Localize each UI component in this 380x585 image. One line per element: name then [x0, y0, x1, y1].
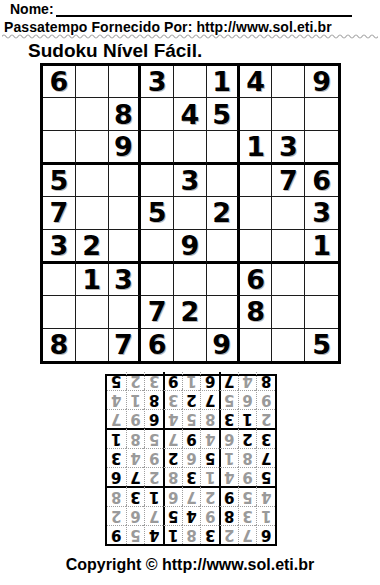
- solution-cell-r1c8: 5: [126, 525, 145, 544]
- puzzle-cell-r2c7[interactable]: [240, 98, 273, 130]
- puzzle-cell-r1c3[interactable]: [109, 66, 142, 98]
- puzzle-cell-r4c2[interactable]: [76, 165, 109, 197]
- solution-cell-r1c9: 9: [107, 525, 126, 544]
- puzzle-cell-r9c9: 5: [305, 329, 338, 361]
- solution-cell-r9c7: 3: [144, 372, 163, 390]
- puzzle-cell-r1c4: 3: [141, 66, 174, 98]
- solution-cell-r8c3: 5: [219, 390, 238, 409]
- solution-cell-r4c1: 5: [256, 467, 275, 486]
- solution-cell-r3c3: 9: [219, 486, 238, 506]
- solution-cell-r7c2: 1: [238, 409, 257, 428]
- puzzle-cell-r2c2[interactable]: [76, 98, 109, 130]
- solution-cell-r6c8: 8: [126, 428, 145, 448]
- puzzle-cell-r7c6[interactable]: [207, 264, 240, 296]
- puzzle-cell-r8c5: 2: [174, 296, 207, 328]
- puzzle-cell-r6c2: 2: [76, 230, 109, 264]
- solution-cell-r5c9: 3: [107, 448, 126, 467]
- puzzle-cell-r7c4[interactable]: [141, 264, 174, 296]
- solution-cell-r3c5: 7: [182, 486, 201, 506]
- puzzle-cell-r4c5: 3: [174, 165, 207, 197]
- solution-cell-r4c2: 9: [238, 467, 257, 486]
- puzzle-cell-r4c6[interactable]: [207, 165, 240, 197]
- solution-cell-r3c7: 1: [144, 486, 163, 506]
- puzzle-cell-r2c9[interactable]: [305, 98, 338, 130]
- puzzle-cell-r6c3[interactable]: [109, 230, 142, 264]
- solution-cell-r4c5: 3: [182, 467, 201, 486]
- puzzle-cell-r3c6[interactable]: [207, 131, 240, 165]
- puzzle-cell-r3c9[interactable]: [305, 131, 338, 165]
- puzzle-cell-r1c8[interactable]: [272, 66, 305, 98]
- solution-cell-r2c5: 4: [182, 506, 201, 525]
- puzzle-cell-r8c4: 7: [141, 296, 174, 328]
- puzzle-cell-r3c5[interactable]: [174, 131, 207, 165]
- puzzle-cell-r7c8[interactable]: [272, 264, 305, 296]
- puzzle-cell-r5c2[interactable]: [76, 197, 109, 229]
- solution-cell-r6c9: 1: [107, 428, 126, 448]
- sudoku-puzzle-grid: 6314984591353767523329113672887695: [40, 63, 341, 364]
- solution-cell-r4c6: 8: [163, 467, 182, 486]
- puzzle-cell-r1c9: 9: [305, 66, 338, 98]
- solution-cell-r5c6: 2: [163, 448, 182, 467]
- puzzle-cell-r7c3: 3: [109, 264, 142, 296]
- puzzle-cell-r7c2: 1: [76, 264, 109, 296]
- solution-cell-r5c2: 8: [238, 448, 257, 467]
- puzzle-cell-r8c7: 8: [240, 296, 273, 328]
- puzzle-cell-r3c8: 3: [272, 131, 305, 165]
- puzzle-cell-r4c8: 7: [272, 165, 305, 197]
- puzzle-cell-r2c1[interactable]: [43, 98, 76, 130]
- puzzle-cell-r8c1[interactable]: [43, 296, 76, 328]
- puzzle-cell-r1c2[interactable]: [76, 66, 109, 98]
- solution-cell-r8c2: 6: [238, 390, 257, 409]
- puzzle-cell-r9c6: 9: [207, 329, 240, 361]
- puzzle-cell-r4c7[interactable]: [240, 165, 273, 197]
- puzzle-cell-r4c3[interactable]: [109, 165, 142, 197]
- solution-cell-r4c3: 4: [219, 467, 238, 486]
- puzzle-cell-r6c4[interactable]: [141, 230, 174, 264]
- solution-cell-r1c6: 1: [163, 525, 182, 544]
- solution-cell-r8c8: 1: [126, 390, 145, 409]
- solution-cell-r5c3: 1: [219, 448, 238, 467]
- puzzle-cell-r5c8[interactable]: [272, 197, 305, 229]
- puzzle-cell-r3c1[interactable]: [43, 131, 76, 165]
- solution-cell-r6c1: 3: [256, 428, 275, 448]
- name-row: Nome:: [10, 2, 352, 17]
- solution-cell-r6c2: 2: [238, 428, 257, 448]
- puzzle-cell-r7c9[interactable]: [305, 264, 338, 296]
- puzzle-cell-r5c6: 2: [207, 197, 240, 229]
- solution-cell-r9c1: 8: [256, 372, 275, 390]
- puzzle-cell-r2c4[interactable]: [141, 98, 174, 130]
- solution-cell-r3c2: 5: [238, 486, 257, 506]
- solution-cell-r7c1: 2: [256, 409, 275, 428]
- solution-cell-r7c8: 9: [126, 409, 145, 428]
- puzzle-cell-r5c9: 3: [305, 197, 338, 229]
- puzzle-cell-r3c4[interactable]: [141, 131, 174, 165]
- wavy-underline: [2, 33, 378, 40]
- solution-cell-r4c8: 7: [126, 467, 145, 486]
- puzzle-cell-r5c7[interactable]: [240, 197, 273, 229]
- puzzle-cell-r7c7: 6: [240, 264, 273, 296]
- puzzle-cell-r9c4: 6: [141, 329, 174, 361]
- solution-cell-r6c5: 9: [182, 428, 201, 448]
- solution-cell-r7c4: 8: [200, 409, 219, 428]
- solution-cell-r1c5: 8: [182, 525, 201, 544]
- solution-cell-r9c8: 2: [126, 372, 145, 390]
- puzzle-cell-r4c4[interactable]: [141, 165, 174, 197]
- puzzle-cell-r5c5[interactable]: [174, 197, 207, 229]
- puzzle-cell-r2c8[interactable]: [272, 98, 305, 130]
- puzzle-cell-r1c7: 4: [240, 66, 273, 98]
- puzzle-cell-r7c5[interactable]: [174, 264, 207, 296]
- puzzle-cell-r9c1: 8: [43, 329, 76, 361]
- puzzle-cell-r6c7[interactable]: [240, 230, 273, 264]
- puzzle-cell-r9c5[interactable]: [174, 329, 207, 361]
- puzzle-cell-r3c3: 9: [109, 131, 142, 165]
- solution-cell-r7c3: 3: [219, 409, 238, 428]
- solution-cell-r9c9: 5: [107, 372, 126, 390]
- solution-cell-r2c8: 6: [126, 506, 145, 525]
- solution-cell-r3c1: 4: [256, 486, 275, 506]
- name-label: Nome:: [10, 2, 54, 17]
- solution-cell-r2c4: 9: [200, 506, 219, 525]
- puzzle-cell-r9c2[interactable]: [76, 329, 109, 361]
- solution-cell-r7c5: 5: [182, 409, 201, 428]
- puzzle-cell-r4c9: 6: [305, 165, 338, 197]
- solution-cell-r9c2: 4: [238, 372, 257, 390]
- puzzle-cell-r8c6[interactable]: [207, 296, 240, 328]
- solution-cell-r6c6: 7: [163, 428, 182, 448]
- puzzle-cell-r7c1[interactable]: [43, 264, 76, 296]
- puzzle-cell-r5c1: 7: [43, 197, 76, 229]
- puzzle-cell-r4c1: 5: [43, 165, 76, 197]
- solution-cell-r1c1: 6: [256, 525, 275, 544]
- solution-cell-r3c6: 6: [163, 486, 182, 506]
- page-title: Sudoku Nível Fácil.: [28, 40, 202, 62]
- solution-cell-r3c8: 3: [126, 486, 145, 506]
- puzzle-cell-r6c6[interactable]: [207, 230, 240, 264]
- solution-cell-r2c2: 3: [238, 506, 257, 525]
- solution-cell-r2c6: 5: [163, 506, 182, 525]
- solution-cell-r5c4: 5: [200, 448, 219, 467]
- solution-cell-r8c5: 2: [182, 390, 201, 409]
- solution-cell-r9c3: 7: [219, 372, 238, 390]
- puzzle-cell-r9c3: 7: [109, 329, 142, 361]
- name-fill-line[interactable]: [56, 2, 352, 17]
- puzzle-cell-r8c2[interactable]: [76, 296, 109, 328]
- solution-cell-r7c6: 4: [163, 409, 182, 428]
- solution-cell-r8c7: 8: [144, 390, 163, 409]
- puzzle-cell-r3c7: 1: [240, 131, 273, 165]
- solution-cell-r4c4: 1: [200, 467, 219, 486]
- solution-cell-r1c4: 3: [200, 525, 219, 544]
- solution-cell-r5c8: 4: [126, 448, 145, 467]
- solution-cell-r3c9: 8: [107, 486, 126, 506]
- solution-cell-r9c4: 6: [200, 372, 219, 390]
- puzzle-cell-r3c2[interactable]: [76, 131, 109, 165]
- solution-cell-r5c5: 6: [182, 448, 201, 467]
- solution-cell-r4c7: 2: [144, 467, 163, 486]
- solution-cell-r8c6: 3: [163, 390, 182, 409]
- puzzle-cell-r2c5: 4: [174, 98, 207, 130]
- solution-cell-r8c9: 4: [107, 390, 126, 409]
- solution-cell-r2c7: 7: [144, 506, 163, 525]
- puzzle-cell-r6c9: 1: [305, 230, 338, 264]
- solution-cell-r1c7: 4: [144, 525, 163, 544]
- solution-cell-r7c9: 7: [107, 409, 126, 428]
- solution-cell-r5c7: 9: [144, 448, 163, 467]
- puzzle-cell-r1c5[interactable]: [174, 66, 207, 98]
- puzzle-cell-r2c3: 8: [109, 98, 142, 130]
- solution-cell-r4c9: 6: [107, 467, 126, 486]
- solution-cell-r6c7: 5: [144, 428, 163, 448]
- puzzle-cell-r2c6: 5: [207, 98, 240, 130]
- solution-cell-r8c4: 7: [200, 390, 219, 409]
- puzzle-cell-r8c8[interactable]: [272, 296, 305, 328]
- solution-cell-r1c2: 7: [238, 525, 257, 544]
- solution-cell-r9c6: 9: [163, 372, 182, 390]
- puzzle-cell-r1c6: 1: [207, 66, 240, 98]
- puzzle-cell-r8c9[interactable]: [305, 296, 338, 328]
- puzzle-cell-r5c4: 5: [141, 197, 174, 229]
- solution-cell-r6c4: 4: [200, 428, 219, 448]
- puzzle-cell-r1c1: 6: [43, 66, 76, 98]
- puzzle-cell-r5c3[interactable]: [109, 197, 142, 229]
- solution-cell-r9c5: 1: [182, 372, 201, 390]
- solution-cell-r2c3: 8: [219, 506, 238, 525]
- copyright-text: Copyright © http://www.sol.eti.br: [0, 556, 380, 574]
- solution-cell-r2c1: 1: [256, 506, 275, 525]
- puzzle-cell-r8c3[interactable]: [109, 296, 142, 328]
- puzzle-cell-r6c8[interactable]: [272, 230, 305, 264]
- solution-cell-r8c1: 9: [256, 390, 275, 409]
- solution-cell-r2c9: 2: [107, 506, 126, 525]
- solution-cell-r6c3: 6: [219, 428, 238, 448]
- solution-cell-r7c7: 6: [144, 409, 163, 428]
- sudoku-solution-grid-rotated: 6723814591389457624592761385941382767815…: [105, 374, 277, 546]
- puzzle-cell-r9c8[interactable]: [272, 329, 305, 361]
- puzzle-cell-r9c7[interactable]: [240, 329, 273, 361]
- solution-cell-r1c3: 2: [219, 525, 238, 544]
- solution-cell-r3c4: 2: [200, 486, 219, 506]
- worksheet-page: Nome: Passatempo Fornecido Por: http://w…: [0, 0, 380, 585]
- puzzle-cell-r6c5: 9: [174, 230, 207, 264]
- solution-cell-r5c1: 7: [256, 448, 275, 467]
- puzzle-cell-r6c1: 3: [43, 230, 76, 264]
